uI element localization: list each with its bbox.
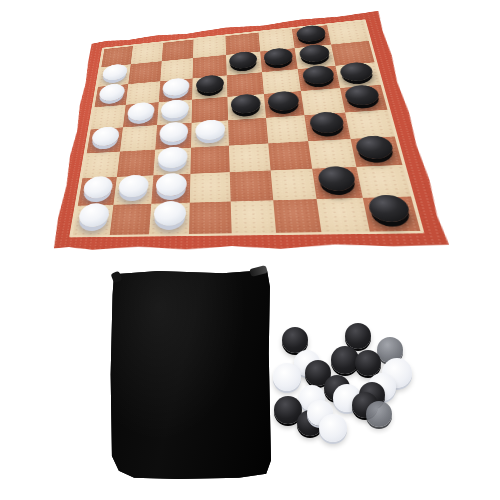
white-loose-piece (319, 414, 347, 442)
black-loose-piece (355, 350, 381, 376)
loose-piece-pile (0, 0, 500, 500)
black-loose-piece (345, 323, 371, 349)
white-loose-piece (273, 363, 301, 391)
product-photo-scene (0, 0, 500, 500)
gray-loose-piece (366, 401, 392, 427)
black-loose-piece (282, 327, 308, 353)
